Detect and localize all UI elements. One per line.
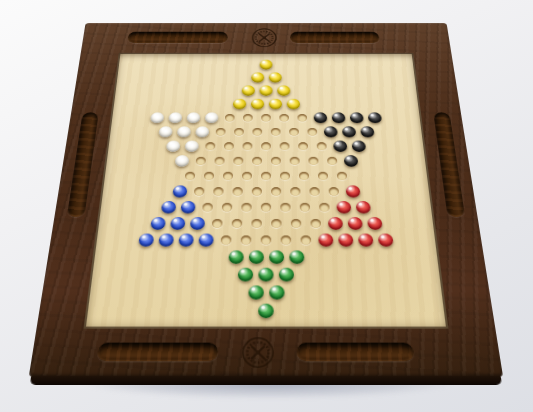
cell-r7-c2[interactable]: ● <box>182 139 201 154</box>
cell-r13-c4[interactable]: ● <box>196 232 217 249</box>
cell-r10-c3[interactable] <box>208 184 228 200</box>
cell-r9-c6[interactable] <box>275 168 294 183</box>
empty-hole <box>241 235 252 244</box>
cell-r9-c1[interactable] <box>180 168 200 183</box>
empty-hole <box>279 114 289 122</box>
row-2: ●● <box>115 71 418 84</box>
empty-hole <box>193 187 204 196</box>
marble-yellow: ● <box>251 72 264 82</box>
cell-r6-c8[interactable] <box>284 125 303 139</box>
empty-hole <box>271 187 281 196</box>
maker-stamp-icon <box>241 336 276 369</box>
empty-hole <box>242 172 252 180</box>
marble-black: ● <box>332 112 346 123</box>
cell-r8-c6[interactable] <box>266 154 285 169</box>
marble-red: ● <box>356 201 371 213</box>
empty-hole <box>328 187 339 196</box>
cell-r6-c4[interactable] <box>211 125 230 139</box>
cell-r8-c10[interactable]: ● <box>341 154 361 169</box>
marble-yellow: ● <box>260 60 273 70</box>
playing-field: ●●●●●●●●●●●●●●●●●●●●●●●●●●●●●●●●●●●●●●●●… <box>83 53 448 329</box>
marble-red: ● <box>378 234 394 247</box>
cell-r3-c3[interactable]: ● <box>275 84 293 97</box>
marble-black: ● <box>314 112 328 123</box>
marble-white: ● <box>168 112 182 123</box>
cell-r10-c9[interactable] <box>323 184 343 200</box>
cell-r13-c10[interactable]: ● <box>316 232 337 249</box>
empty-hole <box>221 235 232 244</box>
marble-green: ● <box>228 250 243 263</box>
cell-r13-c2[interactable]: ● <box>156 232 177 249</box>
cell-r8-c1[interactable]: ● <box>172 154 192 169</box>
cell-r9-c7[interactable] <box>294 168 313 183</box>
cell-r10-c1[interactable]: ● <box>169 184 189 200</box>
marble-red: ● <box>327 217 342 230</box>
empty-hole <box>195 157 205 165</box>
cell-r12-c3[interactable]: ● <box>187 215 208 231</box>
empty-hole <box>310 219 321 228</box>
maker-stamp-icon <box>251 28 278 48</box>
marble-yellow: ● <box>250 99 263 110</box>
cell-r4-c3[interactable]: ● <box>266 97 284 111</box>
empty-hole <box>252 157 262 165</box>
cell-r7-c3[interactable] <box>201 139 220 154</box>
cell-r5-c6[interactable] <box>239 111 257 125</box>
cell-r8-c5[interactable] <box>247 154 266 169</box>
marble-black: ● <box>343 155 358 167</box>
empty-hole <box>281 235 292 244</box>
empty-hole <box>280 172 290 180</box>
empty-hole <box>261 235 272 244</box>
cell-r13-c11[interactable]: ● <box>335 232 356 249</box>
cell-r15-c3[interactable]: ● <box>276 266 297 284</box>
cell-r12-c4[interactable] <box>206 215 226 231</box>
marble-red: ● <box>336 201 351 213</box>
cell-r15-c2[interactable]: ● <box>256 266 277 284</box>
cell-r10-c2[interactable] <box>189 184 209 200</box>
cell-r5-c3[interactable]: ● <box>184 111 203 125</box>
cell-r14-c1[interactable]: ● <box>225 249 246 266</box>
cell-r6-c2[interactable]: ● <box>174 125 193 139</box>
cell-r3-c2[interactable]: ● <box>257 84 275 97</box>
cell-r5-c4[interactable]: ● <box>202 111 221 125</box>
row-12: ●●●●●● <box>96 215 436 231</box>
marble-blue: ● <box>198 234 213 247</box>
empty-hole <box>327 157 337 165</box>
empty-hole <box>280 203 290 212</box>
cell-r6-c7[interactable] <box>266 125 284 139</box>
cell-r9-c9[interactable] <box>332 168 352 183</box>
empty-hole <box>232 187 242 196</box>
marble-black: ● <box>323 126 337 137</box>
cell-r6-c6[interactable] <box>248 125 266 139</box>
photo-backdrop: ●●●●●●●●●●●●●●●●●●●●●●●●●●●●●●●●●●●●●●●●… <box>0 0 533 412</box>
cell-r6-c11[interactable]: ● <box>339 125 358 139</box>
empty-hole <box>298 142 308 150</box>
empty-hole <box>270 128 280 136</box>
marble-yellow: ● <box>259 85 272 95</box>
cell-r10-c5[interactable] <box>247 184 266 200</box>
marble-green: ● <box>279 268 294 282</box>
marble-blue: ● <box>178 234 193 247</box>
cell-r7-c5[interactable] <box>238 139 257 154</box>
cell-r5-c13[interactable]: ● <box>365 111 384 125</box>
empty-hole <box>301 235 312 244</box>
cell-r5-c2[interactable]: ● <box>166 111 185 125</box>
marble-red: ● <box>347 217 362 230</box>
cell-r6-c5[interactable] <box>229 125 248 139</box>
cell-r4-c2[interactable]: ● <box>248 97 266 111</box>
cell-r6-c3[interactable]: ● <box>192 125 211 139</box>
empty-hole <box>204 172 214 180</box>
marble-green: ● <box>238 268 253 282</box>
row-8: ●● <box>104 154 428 169</box>
cell-r10-c4[interactable] <box>227 184 247 200</box>
cell-r13-c6[interactable] <box>236 232 256 249</box>
cell-r13-c5[interactable] <box>216 232 236 249</box>
cell-r9-c5[interactable] <box>256 168 275 183</box>
marble-white: ● <box>176 126 190 137</box>
cell-r2-c2[interactable]: ● <box>266 71 284 84</box>
empty-hole <box>290 187 300 196</box>
cell-r8-c9[interactable] <box>322 154 342 169</box>
marble-white: ● <box>174 155 189 167</box>
cell-r5-c8[interactable] <box>275 111 293 125</box>
empty-hole <box>300 203 311 212</box>
cell-r7-c1[interactable]: ● <box>163 139 183 154</box>
marble-yellow: ● <box>268 72 281 82</box>
marble-yellow: ● <box>286 99 299 110</box>
cell-r2-c1[interactable]: ● <box>248 71 266 84</box>
row-6: ●●●●●● <box>108 125 425 139</box>
empty-hole <box>270 157 280 165</box>
marble-white: ● <box>166 141 181 152</box>
cell-r8-c4[interactable] <box>228 154 247 169</box>
cell-r11-c9[interactable] <box>314 199 334 215</box>
empty-hole <box>215 128 225 136</box>
marble-black: ● <box>360 126 374 137</box>
cell-r13-c12[interactable]: ● <box>355 232 376 249</box>
cell-r7-c10[interactable]: ● <box>331 139 350 154</box>
empty-hole <box>261 114 271 122</box>
cell-r9-c3[interactable] <box>218 168 237 183</box>
cell-r5-c12[interactable]: ● <box>347 111 366 125</box>
marble-yellow: ● <box>277 85 290 95</box>
empty-hole <box>224 142 234 150</box>
cell-r7-c4[interactable] <box>219 139 238 154</box>
empty-hole <box>261 203 271 212</box>
empty-hole <box>234 128 244 136</box>
cell-r7-c7[interactable] <box>275 139 294 154</box>
cell-r15-c1[interactable]: ● <box>235 266 256 284</box>
empty-hole <box>280 142 290 150</box>
marble-green: ● <box>269 250 284 263</box>
cell-r8-c7[interactable] <box>285 154 304 169</box>
row-4: ●●●● <box>111 97 420 111</box>
empty-hole <box>211 219 222 228</box>
marble-black: ● <box>333 141 347 152</box>
board-front-edge <box>30 376 502 385</box>
marble-white: ● <box>158 126 172 137</box>
marble-tray-left <box>67 112 99 217</box>
marble-white: ● <box>186 112 200 123</box>
cell-r11-c7[interactable] <box>276 199 296 215</box>
marble-blue: ● <box>150 217 166 230</box>
cell-r11-c2[interactable]: ● <box>178 199 198 215</box>
empty-hole <box>318 172 328 180</box>
marble-black: ● <box>350 112 364 123</box>
marble-blue: ● <box>161 201 176 213</box>
cell-r6-c1[interactable]: ● <box>155 125 175 139</box>
marble-red: ● <box>367 217 383 230</box>
cell-r17-c1[interactable]: ● <box>255 302 276 321</box>
marble-blue: ● <box>158 234 174 247</box>
row-9 <box>102 168 430 183</box>
marble-red: ● <box>318 234 333 247</box>
marble-white: ● <box>195 126 209 137</box>
marble-green: ● <box>258 304 274 318</box>
empty-hole <box>241 203 251 212</box>
cell-r5-c5[interactable] <box>220 111 239 125</box>
cell-r12-c11[interactable]: ● <box>344 215 365 231</box>
cell-r10-c6[interactable] <box>266 184 285 200</box>
marble-blue: ● <box>138 234 154 247</box>
cell-r13-c3[interactable]: ● <box>176 232 197 249</box>
row-7: ●●●● <box>106 139 426 154</box>
cell-r12-c5[interactable] <box>226 215 246 231</box>
marble-red: ● <box>345 185 360 197</box>
cell-r16-c2[interactable]: ● <box>266 283 287 301</box>
cell-r7-c6[interactable] <box>257 139 276 154</box>
cell-r9-c2[interactable] <box>199 168 219 183</box>
marble-white: ● <box>150 112 164 123</box>
cell-r4-c4[interactable]: ● <box>284 97 302 111</box>
cell-r6-c10[interactable]: ● <box>321 125 340 139</box>
marble-blue: ● <box>170 217 185 230</box>
cell-r7-c9[interactable] <box>312 139 331 154</box>
marble-red: ● <box>338 234 353 247</box>
empty-hole <box>309 187 319 196</box>
cell-r13-c13[interactable]: ● <box>375 232 396 249</box>
cell-r14-c4[interactable]: ● <box>286 249 307 266</box>
marble-tray-bottom-left <box>96 343 218 362</box>
cell-r9-c4[interactable] <box>237 168 256 183</box>
empty-hole <box>205 142 215 150</box>
chinese-checkers-board: ●●●●●●●●●●●●●●●●●●●●●●●●●●●●●●●●●●●●●●●●… <box>29 23 503 377</box>
row-17: ● <box>85 302 448 321</box>
marble-black: ● <box>341 126 355 137</box>
empty-hole <box>185 172 196 180</box>
empty-hole <box>289 157 299 165</box>
empty-hole <box>271 219 281 228</box>
cell-r7-c11[interactable]: ● <box>349 139 369 154</box>
row-15: ●●● <box>89 266 442 284</box>
empty-hole <box>299 172 309 180</box>
row-13: ●●●●●●●● <box>94 232 438 249</box>
cell-r12-c12[interactable]: ● <box>364 215 385 231</box>
cell-r6-c12[interactable]: ● <box>357 125 377 139</box>
cell-r1-c1[interactable]: ● <box>257 58 274 71</box>
cell-r4-c1[interactable]: ● <box>230 97 248 111</box>
marble-tray-bottom-right <box>296 343 414 362</box>
cell-r3-c1[interactable]: ● <box>239 84 257 97</box>
empty-hole <box>317 142 327 150</box>
cell-r11-c5[interactable] <box>237 199 257 215</box>
row-3: ●●● <box>113 84 419 97</box>
cell-r5-c9[interactable] <box>293 111 312 125</box>
cell-r12-c8[interactable] <box>286 215 306 231</box>
empty-hole <box>202 203 213 212</box>
cell-r7-c8[interactable] <box>294 139 313 154</box>
marble-red: ● <box>358 234 374 247</box>
cell-r12-c10[interactable]: ● <box>325 215 346 231</box>
cell-r13-c1[interactable]: ● <box>135 232 156 249</box>
cell-r6-c9[interactable] <box>302 125 321 139</box>
empty-hole <box>307 128 317 136</box>
row-14: ●●●● <box>92 249 441 266</box>
cell-r12-c7[interactable] <box>266 215 286 231</box>
cell-r5-c11[interactable]: ● <box>329 111 348 125</box>
cell-r10-c10[interactable]: ● <box>342 184 362 200</box>
cell-r12-c1[interactable]: ● <box>147 215 168 231</box>
empty-hole <box>213 187 223 196</box>
marble-white: ● <box>185 141 199 152</box>
cell-r12-c6[interactable] <box>246 215 266 231</box>
marble-green: ● <box>248 250 263 263</box>
empty-hole <box>261 142 271 150</box>
row-11: ●●●● <box>98 199 434 215</box>
empty-hole <box>243 114 253 122</box>
cell-r11-c4[interactable] <box>217 199 237 215</box>
marble-yellow: ● <box>232 99 245 110</box>
empty-hole <box>252 128 262 136</box>
marble-blue: ● <box>189 217 204 230</box>
marble-yellow: ● <box>242 85 255 95</box>
cell-r11-c6[interactable] <box>256 199 276 215</box>
cell-r16-c1[interactable]: ● <box>245 283 266 301</box>
marble-green: ● <box>269 285 284 299</box>
empty-hole <box>290 219 301 228</box>
empty-hole <box>289 128 299 136</box>
cell-r13-c8[interactable] <box>276 232 296 249</box>
marble-black: ● <box>352 141 367 152</box>
cell-r11-c10[interactable]: ● <box>334 199 354 215</box>
row-10: ●● <box>100 184 432 200</box>
cell-r8-c8[interactable] <box>303 154 322 169</box>
empty-hole <box>222 203 233 212</box>
empty-hole <box>214 157 224 165</box>
empty-hole <box>223 172 233 180</box>
cell-r5-c10[interactable]: ● <box>311 111 330 125</box>
cell-r10-c8[interactable] <box>304 184 324 200</box>
empty-hole <box>231 219 242 228</box>
marble-green: ● <box>258 268 273 282</box>
row-16: ●● <box>87 283 445 301</box>
empty-hole <box>261 172 271 180</box>
marble-blue: ● <box>181 201 196 213</box>
marble-blue: ● <box>172 185 187 197</box>
empty-hole <box>251 219 261 228</box>
cell-r9-c8[interactable] <box>313 168 333 183</box>
marble-green: ● <box>289 250 304 263</box>
cell-r14-c3[interactable]: ● <box>266 249 286 266</box>
marble-yellow: ● <box>268 99 281 110</box>
empty-hole <box>337 172 348 180</box>
star-grid: ●●●●●●●●●●●●●●●●●●●●●●●●●●●●●●●●●●●●●●●●… <box>83 53 448 329</box>
cell-r13-c9[interactable] <box>296 232 316 249</box>
cell-r5-c1[interactable]: ● <box>147 111 166 125</box>
empty-hole <box>225 114 235 122</box>
cell-r11-c1[interactable]: ● <box>158 199 179 215</box>
cell-r5-c7[interactable] <box>257 111 275 125</box>
row-1: ● <box>116 58 415 71</box>
marble-tray-top-left <box>127 32 228 43</box>
cell-r10-c7[interactable] <box>285 184 305 200</box>
empty-hole <box>319 203 330 212</box>
empty-hole <box>251 187 261 196</box>
cell-r11-c11[interactable]: ● <box>353 199 374 215</box>
marble-green: ● <box>248 285 263 299</box>
row-5: ●●●●●●●● <box>110 111 423 125</box>
cell-r14-c2[interactable]: ● <box>246 249 266 266</box>
cell-r11-c8[interactable] <box>295 199 315 215</box>
empty-hole <box>242 142 252 150</box>
marble-tray-top-right <box>290 32 380 43</box>
cell-r8-c2[interactable] <box>190 154 210 169</box>
empty-hole <box>233 157 243 165</box>
marble-black: ● <box>368 112 382 123</box>
cell-r12-c2[interactable]: ● <box>167 215 188 231</box>
cell-r12-c9[interactable] <box>305 215 325 231</box>
cell-r8-c3[interactable] <box>209 154 228 169</box>
marble-white: ● <box>205 112 219 123</box>
empty-hole <box>308 157 318 165</box>
empty-hole <box>297 114 307 122</box>
cell-r11-c3[interactable] <box>197 199 217 215</box>
marble-tray-right <box>433 112 465 217</box>
cell-r13-c7[interactable] <box>256 232 276 249</box>
